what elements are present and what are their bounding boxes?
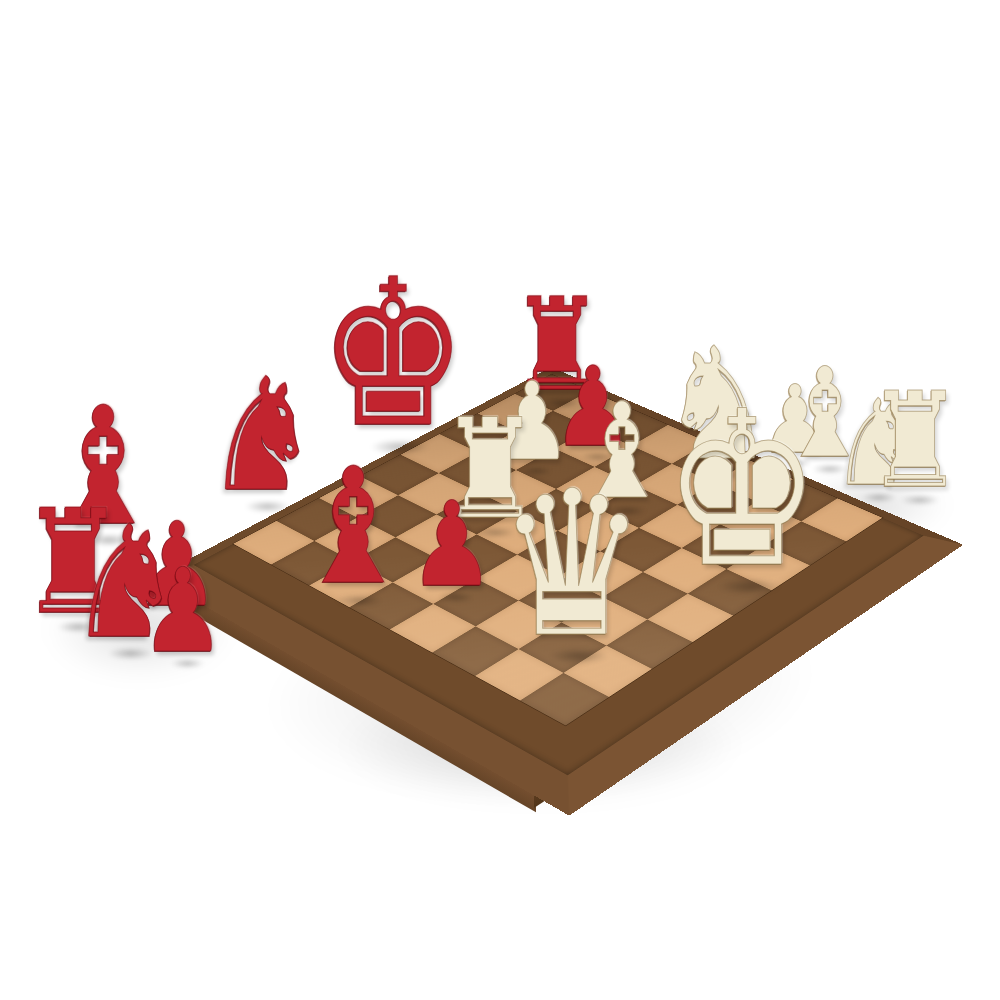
- bishop-glyph: ♝: [43, 385, 163, 548]
- piece-shadow: [49, 619, 107, 635]
- bishop-glyph: ♝: [779, 351, 870, 475]
- chess-board: [155, 367, 963, 815]
- board-grid: [233, 374, 882, 725]
- piece-shadow: [805, 462, 855, 476]
- piece-shadow: [893, 493, 947, 507]
- piece-shadow: [76, 531, 142, 549]
- rook-glyph: ♜: [20, 490, 126, 634]
- knight-glyph: ♞: [205, 357, 320, 513]
- knight-glyph: ♞: [831, 384, 918, 503]
- piece-shadow: [164, 657, 211, 670]
- pawn-glyph: ♟: [760, 373, 829, 467]
- piece-shadow: [779, 458, 817, 468]
- chess-product-photo: ♜♚♟♟♝♟♞♞♜♞♝♜♝♚♟♝♟♜♞♛♟: [0, 0, 1000, 1000]
- rook-glyph: ♜: [866, 374, 963, 506]
- piece-shadow: [99, 645, 162, 662]
